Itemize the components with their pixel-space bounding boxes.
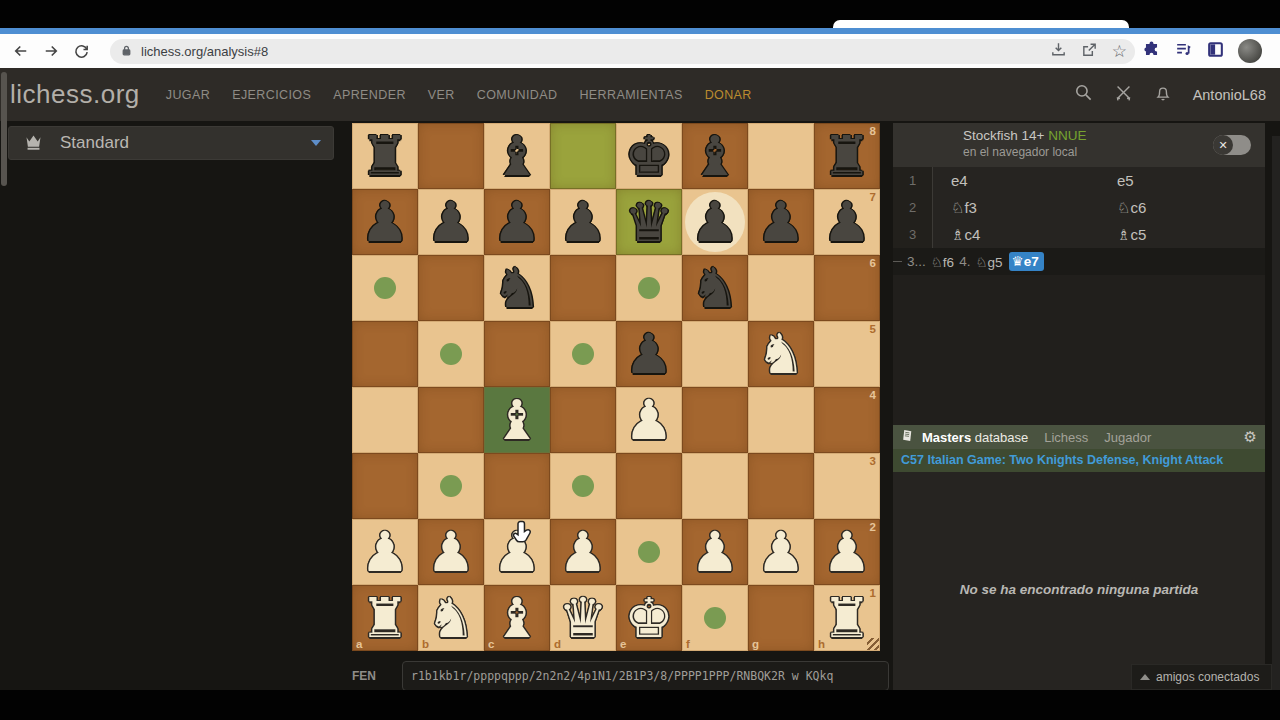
square-a1[interactable]: ♜a [352,585,418,651]
hand-cursor [512,520,538,548]
square-f7[interactable]: ♟ [682,189,748,255]
square-f5[interactable] [682,321,748,387]
opening-name[interactable]: C57 Italian Game: Two Knights Defense, K… [893,449,1265,472]
square-f4[interactable] [682,387,748,453]
fen-input[interactable]: r1b1kb1r/ppppqppp/2n2n2/4p1N1/2B1P3/8/PP… [402,661,889,691]
white-pawn-a2[interactable]: ♟ [352,519,418,585]
book-icon [901,429,914,445]
square-a3[interactable] [352,453,418,519]
chevron-up-icon [1140,674,1150,680]
square-e6[interactable] [616,255,682,321]
nav-links: JUGAR EJERCICIOS APRENDER VER COMUNIDAD … [166,88,752,102]
square-a2[interactable]: ♟ [352,519,418,585]
site-nav: lichess.org JUGAR EJERCICIOS APRENDER VE… [0,68,1280,121]
engine-nnue-badge: NNUE [1048,128,1086,143]
square-b2[interactable]: ♟ [418,519,484,585]
move-row-2: 2♘f3♘c6 [893,194,1265,221]
square-h1[interactable]: ♜1h [814,585,880,651]
lichess-logo[interactable]: lichess.org [10,79,140,110]
variation-number: 4. [959,254,970,269]
move-row-3: 3♗c4♗c5 [893,221,1265,248]
square-a7[interactable]: ♟ [352,189,418,255]
move-white[interactable]: e4 [933,172,1099,189]
square-g3[interactable] [748,453,814,519]
tab-masters-database[interactable]: Masters database [922,430,1028,445]
chess-board: ♜♝♚♝♜8♟♟♟♟♛♟♟♟7♞♞6♟♞5♝♟43♟♟♟♟♟♟♟2♜a♞b♝c♛… [352,123,880,651]
screen: lichess.org/analysis#8 ☆ ⋮ lichess.org [0,0,1280,720]
coord-file-c: c [488,638,494,650]
square-h6[interactable]: 6 [814,255,880,321]
black-pawn-g7[interactable]: ♟ [748,189,814,255]
square-a6[interactable] [352,255,418,321]
square-g7[interactable]: ♟ [748,189,814,255]
fen-bar: FEN r1b1kb1r/ppppqppp/2n2n2/4p1N1/2B1P3/… [352,658,890,694]
letterbox-bottom [0,690,1280,720]
move-black[interactable]: ♗c5 [1099,226,1265,244]
black-bishop-c8[interactable]: ♝ [484,123,550,189]
engine-toggle[interactable]: ✕ [1213,135,1251,155]
engine-header: Stockfish 14+ NNUE en el navegador local… [893,123,1265,167]
square-a4[interactable] [352,387,418,453]
current-move-chip[interactable]: ♛e7 [1009,252,1044,271]
move-black[interactable]: ♘c6 [1099,199,1265,217]
share-icon[interactable] [1081,41,1098,62]
browser-menu-dots-icon[interactable]: ⋮ [1275,42,1280,61]
white-pawn-e4[interactable]: ♟ [616,387,682,453]
square-f2[interactable]: ♟ [682,519,748,585]
square-c5[interactable] [484,321,550,387]
nav-item-jugar[interactable]: JUGAR [166,88,210,102]
reload-icon[interactable] [66,43,96,60]
username[interactable]: AntonioL68 [1193,87,1266,103]
square-h5[interactable]: 5 [814,321,880,387]
move-white[interactable]: ♘f3 [933,199,1099,217]
url-text: lichess.org/analysis#8 [141,44,268,59]
square-e2[interactable] [616,519,682,585]
friends-label: amigos conectados [1156,670,1259,684]
square-f8[interactable]: ♝ [682,123,748,189]
page-scrollbar-thumb[interactable] [1,72,7,186]
square-h4[interactable]: 4 [814,387,880,453]
coord-file-g: g [752,638,759,650]
back-icon[interactable] [6,42,36,60]
nav-item-ejercicios[interactable]: EJERCICIOS [232,88,311,102]
square-d7[interactable]: ♟ [550,189,616,255]
variation-tree-line [893,261,902,262]
bell-icon[interactable] [1154,84,1172,106]
black-pawn-a7[interactable]: ♟ [352,189,418,255]
tab-lichess[interactable]: Lichess [1044,430,1088,445]
square-b5[interactable] [418,321,484,387]
square-g1[interactable]: g [748,585,814,651]
square-c3[interactable] [484,453,550,519]
square-h8[interactable]: ♜8 [814,123,880,189]
forward-icon[interactable] [36,42,66,60]
black-bishop-f8[interactable]: ♝ [682,123,748,189]
square-f3[interactable] [682,453,748,519]
black-knight-c6[interactable]: ♞ [484,255,550,321]
square-f6[interactable]: ♞ [682,255,748,321]
black-knight-f6[interactable]: ♞ [682,255,748,321]
browser-avatar[interactable] [1238,39,1262,63]
download-icon[interactable] [1050,41,1067,62]
coord-rank-4: 4 [870,389,876,401]
move-black[interactable]: e5 [1099,172,1265,189]
square-d8[interactable] [550,123,616,189]
engine-subtitle: en el navegador local [963,145,1077,159]
nav-item-donar[interactable]: DONAR [705,88,752,102]
puzzle-extension-icon[interactable] [1142,40,1161,63]
variant-label: Standard [60,133,129,153]
media-list-icon[interactable] [1174,40,1193,63]
explorer-tabs: Masters database Lichess Jugador ⚙ [893,425,1265,449]
square-d3[interactable] [550,453,616,519]
move-list: 1e4e52♘f3♘c63♗c4♗c5 [893,167,1265,248]
coord-file-a: a [356,638,362,650]
square-e1[interactable]: ♚e [616,585,682,651]
white-bishop-c4[interactable]: ♝ [484,387,550,453]
square-e7[interactable]: ♛ [616,189,682,255]
sidebar-square-icon[interactable] [1206,40,1225,63]
coord-rank-5: 5 [870,323,876,335]
explorer-empty-message: No se ha encontrado ninguna partida [893,582,1265,597]
square-e8[interactable]: ♚ [616,123,682,189]
white-pawn-g2[interactable]: ♟ [748,519,814,585]
black-pawn-d7[interactable]: ♟ [550,189,616,255]
coord-file-f: f [686,638,690,650]
coord-file-d: d [554,638,561,650]
square-f1[interactable]: f [682,585,748,651]
white-pawn-d2[interactable]: ♟ [550,519,616,585]
black-queen-e7[interactable]: ♛ [616,189,682,255]
variation-move[interactable]: ♘f6 [931,254,954,270]
move-number: 3 [893,221,933,248]
variant-select[interactable]: Standard [8,126,334,160]
square-d5[interactable] [550,321,616,387]
square-b1[interactable]: ♞b [418,585,484,651]
variation-line: 3... ♘f6 4. ♘g5 ♛e7 [893,248,1265,275]
lichess-page: lichess.org JUGAR EJERCICIOS APRENDER VE… [0,68,1280,690]
coord-rank-8: 8 [870,125,876,137]
tab-jugador[interactable]: Jugador [1104,430,1151,445]
fen-label: FEN [352,669,402,683]
nav-item-ver[interactable]: VER [428,88,455,102]
square-c1[interactable]: ♝c [484,585,550,651]
url-bar[interactable]: lichess.org/analysis#8 ☆ [110,39,1135,64]
square-h2[interactable]: ♟2 [814,519,880,585]
square-d4[interactable] [550,387,616,453]
coord-rank-1: 1 [870,587,876,599]
search-icon[interactable] [1074,83,1093,106]
lock-icon [120,43,133,61]
black-pawn-f7[interactable]: ♟ [682,189,748,255]
coord-file-b: b [422,638,429,650]
square-e3[interactable] [616,453,682,519]
gear-icon[interactable]: ⚙ [1244,428,1257,446]
square-c6[interactable]: ♞ [484,255,550,321]
square-g5[interactable]: ♞ [748,321,814,387]
bookmark-star-icon[interactable]: ☆ [1112,43,1127,60]
move-row-1: 1e4e5 [893,167,1265,194]
engine-name: Stockfish 14+ NNUE [963,128,1086,143]
square-g6[interactable] [748,255,814,321]
analysis-panel: Stockfish 14+ NNUE en el navegador local… [893,123,1265,690]
square-b7[interactable]: ♟ [418,189,484,255]
square-h3[interactable]: 3 [814,453,880,519]
coord-rank-2: 2 [870,521,876,533]
white-pawn-f2[interactable]: ♟ [682,519,748,585]
black-king-e8[interactable]: ♚ [616,123,682,189]
chevron-down-icon [311,140,321,146]
nav-item-herramientas[interactable]: HERRAMIENTAS [579,88,682,102]
coord-rank-3: 3 [870,455,876,467]
move-number: 1 [893,167,933,194]
coord-rank-6: 6 [870,257,876,269]
browser-extension-icons: ⋮ [1142,34,1280,68]
square-c4[interactable]: ♝ [484,387,550,453]
page-scrollbar[interactable] [1272,136,1280,720]
square-e5[interactable]: ♟ [616,321,682,387]
nav-item-aprender[interactable]: APRENDER [333,88,406,102]
square-e4[interactable]: ♟ [616,387,682,453]
white-pawn-b2[interactable]: ♟ [418,519,484,585]
square-d2[interactable]: ♟ [550,519,616,585]
variation-prefix: 3... [907,254,926,269]
coord-file-h: h [818,638,825,650]
nav-right: AntonioL68 [1074,83,1266,106]
white-knight-g5[interactable]: ♞ [748,321,814,387]
square-g8[interactable] [748,123,814,189]
square-b8[interactable] [418,123,484,189]
square-c7[interactable]: ♟ [484,189,550,255]
square-g2[interactable]: ♟ [748,519,814,585]
square-h7[interactable]: ♟7 [814,189,880,255]
variation-move[interactable]: ♘g5 [975,254,1002,270]
coord-file-e: e [620,638,626,650]
square-g4[interactable] [748,387,814,453]
square-b6[interactable] [418,255,484,321]
challenge-swords-icon[interactable] [1114,83,1133,106]
black-pawn-b7[interactable]: ♟ [418,189,484,255]
crown-icon [23,131,44,156]
nav-item-comunidad[interactable]: COMUNIDAD [477,88,558,102]
board-resize-handle[interactable] [867,638,879,650]
square-c8[interactable]: ♝ [484,123,550,189]
square-a8[interactable]: ♜ [352,123,418,189]
square-d6[interactable] [550,255,616,321]
move-number: 2 [893,194,933,221]
coord-rank-7: 7 [870,191,876,203]
square-b4[interactable] [418,387,484,453]
black-rook-a8[interactable]: ♜ [352,123,418,189]
square-d1[interactable]: ♛d [550,585,616,651]
black-pawn-c7[interactable]: ♟ [484,189,550,255]
square-a5[interactable] [352,321,418,387]
engine-toggle-knob: ✕ [1213,135,1233,155]
move-white[interactable]: ♗c4 [933,226,1099,244]
square-b3[interactable] [418,453,484,519]
black-pawn-e5[interactable]: ♟ [616,321,682,387]
friends-connected-bar[interactable]: amigos conectados [1131,664,1272,690]
